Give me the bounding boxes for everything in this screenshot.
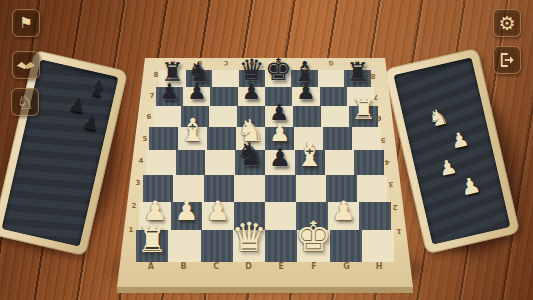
rank-label-left-1: 1 <box>129 227 134 234</box>
file-label-bottom-E: E <box>279 263 284 271</box>
square-c5[interactable] <box>207 127 236 150</box>
rank-label-right-4: 4 <box>385 158 390 165</box>
file-label-bottom-D: D <box>245 263 252 271</box>
captured-black-pawn: ♟ <box>80 111 101 133</box>
square-f3[interactable] <box>296 175 327 202</box>
captured-black-bishop: ♝ <box>86 76 109 101</box>
rank-label-left-4: 4 <box>139 158 144 165</box>
file-label-bottom-C: C <box>213 263 219 271</box>
square-h4[interactable] <box>354 150 384 175</box>
handshake-icon <box>16 58 36 72</box>
rank-label-left-3: 3 <box>136 180 141 187</box>
square-h3[interactable] <box>357 175 388 202</box>
rank-label-left-8: 8 <box>154 72 159 79</box>
square-c1[interactable] <box>201 230 233 262</box>
piece-white-queen-d1[interactable]: ♛ <box>231 217 267 257</box>
square-c4[interactable] <box>205 150 235 175</box>
captured-white-pawn: ♟ <box>458 174 482 200</box>
square-c6[interactable] <box>209 106 237 127</box>
exit-icon <box>498 51 516 69</box>
piece-black-rook-h8[interactable]: ♜ <box>346 59 369 84</box>
square-h5[interactable] <box>352 127 381 150</box>
piece-black-pawn-f7[interactable]: ♟ <box>296 82 315 103</box>
square-g5[interactable] <box>323 127 352 150</box>
flag-icon: ⚑ <box>19 16 32 31</box>
piece-black-pawn-a7[interactable]: ♟ <box>160 82 179 103</box>
piece-black-pawn-e4[interactable]: ♟ <box>269 146 291 171</box>
square-f6[interactable] <box>293 106 321 127</box>
square-c8[interactable] <box>212 70 238 87</box>
square-a6[interactable] <box>153 106 181 127</box>
captured-white-knight: ♞ <box>426 105 450 131</box>
piece-black-pawn-b7[interactable]: ♟ <box>187 82 206 103</box>
captured-white-pawn: ♟ <box>437 156 459 180</box>
square-d3[interactable] <box>234 175 265 202</box>
square-g8[interactable] <box>318 70 344 87</box>
square-a5[interactable] <box>149 127 178 150</box>
knight-icon: ♘ <box>16 93 33 112</box>
square-b4[interactable] <box>176 150 206 175</box>
rank-label-right-8: 8 <box>371 72 376 79</box>
square-e1[interactable] <box>265 230 297 262</box>
offer-draw-button[interactable] <box>12 51 40 79</box>
square-e2[interactable] <box>265 202 296 230</box>
gear-icon: ⚙ <box>498 14 515 33</box>
piece-white-bishop-b5[interactable]: ♝ <box>178 115 206 147</box>
piece-white-rook-h6[interactable]: ♜ <box>351 96 376 124</box>
piece-white-pawn-b2[interactable]: ♟ <box>174 199 198 226</box>
file-label-bottom-G: G <box>343 263 350 271</box>
piece-white-bishop-f4[interactable]: ♝ <box>295 138 325 171</box>
square-a4[interactable] <box>146 150 176 175</box>
file-label-top-G: G <box>328 60 333 66</box>
file-label-bottom-F: F <box>311 263 316 271</box>
square-g6[interactable] <box>321 106 349 127</box>
file-label-top-C: C <box>223 60 227 66</box>
square-c7[interactable] <box>210 87 237 106</box>
rank-label-left-2: 2 <box>132 203 137 210</box>
file-label-bottom-H: H <box>376 263 383 271</box>
rank-label-right-2: 2 <box>393 203 398 210</box>
chess-app: ♝♟♟ ♞♟♟♟ AABBCCDDEEFFGGHH112233445566778… <box>0 0 533 300</box>
rank-label-left-7: 7 <box>150 93 155 100</box>
piece-white-pawn-g2[interactable]: ♟ <box>332 199 356 226</box>
rank-label-right-1: 1 <box>397 227 402 234</box>
rank-label-right-6: 6 <box>377 114 382 121</box>
piece-white-rook-a1[interactable]: ♜ <box>137 222 168 257</box>
resign-flag-button[interactable]: ⚑ <box>12 9 40 37</box>
file-label-bottom-A: A <box>148 263 154 271</box>
square-h2[interactable] <box>359 202 390 230</box>
square-g4[interactable] <box>325 150 355 175</box>
rank-label-right-3: 3 <box>389 180 394 187</box>
captured-white-pawn: ♟ <box>449 128 471 152</box>
piece-black-pawn-d7[interactable]: ♟ <box>242 82 261 103</box>
square-b1[interactable] <box>168 230 200 262</box>
square-g7[interactable] <box>320 87 347 106</box>
exit-button[interactable] <box>493 46 521 74</box>
settings-button[interactable]: ⚙ <box>493 9 521 37</box>
square-g1[interactable] <box>330 230 362 262</box>
rank-label-right-5: 5 <box>381 136 386 143</box>
piece-black-king-e8[interactable]: ♚ <box>265 54 292 84</box>
piece-black-knight-d4[interactable]: ♞ <box>236 139 265 171</box>
piece-white-pawn-c2[interactable]: ♟ <box>206 199 230 226</box>
square-h1[interactable] <box>362 230 394 262</box>
square-e3[interactable] <box>265 175 296 202</box>
file-label-bottom-B: B <box>180 263 186 271</box>
piece-set-button[interactable]: ♘ <box>11 88 39 116</box>
piece-white-king-f1[interactable]: ♚ <box>295 216 332 257</box>
rank-label-left-6: 6 <box>147 114 152 121</box>
rank-label-left-5: 5 <box>143 136 148 143</box>
